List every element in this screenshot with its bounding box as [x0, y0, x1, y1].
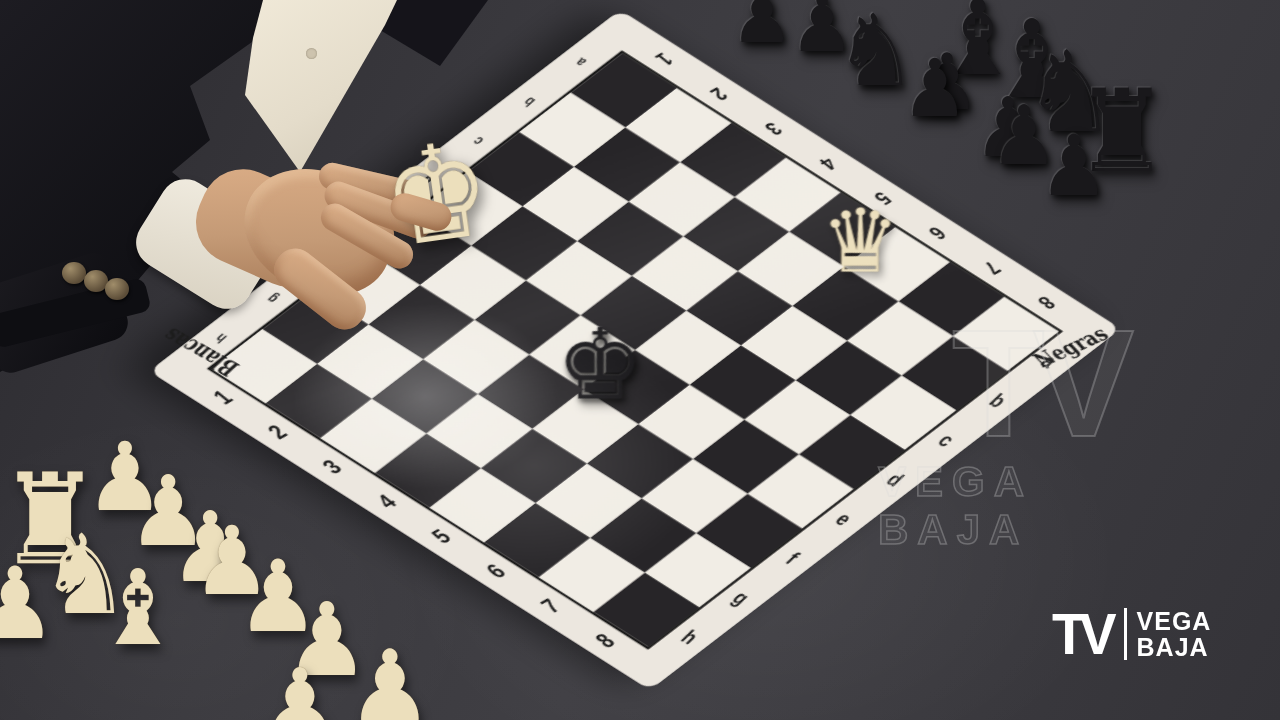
shirt-button [306, 48, 317, 59]
tv-vega-baja-logo: TV VEGA BAJA [1052, 606, 1211, 662]
logo-word-vega: VEGA [1137, 608, 1212, 635]
logo-tv-icon: TV [1052, 605, 1110, 663]
chess-board: ♛♚ [211, 53, 1059, 646]
logo-divider-bar [1124, 608, 1127, 660]
logo-word-baja: BAJA [1137, 634, 1212, 661]
sleeve-button [62, 262, 86, 284]
video-frame: ♛♚ 1122334455667788aabbccddeeffgghhBlanc… [0, 0, 1280, 720]
presenter-suit-lapel [380, 0, 490, 80]
sleeve-button [105, 278, 129, 300]
